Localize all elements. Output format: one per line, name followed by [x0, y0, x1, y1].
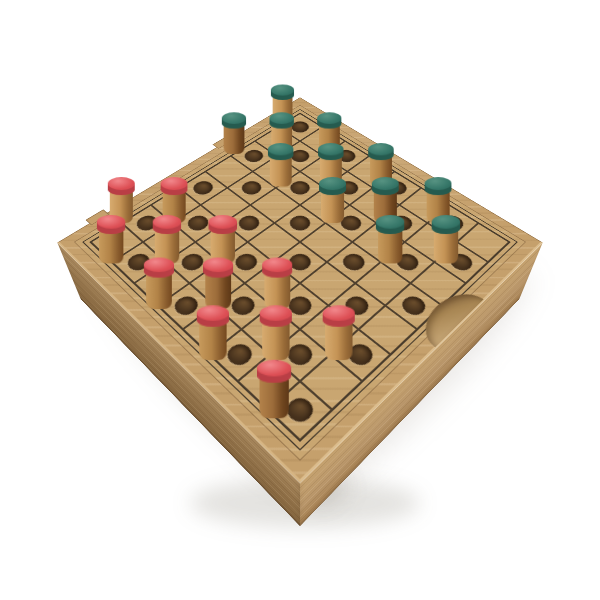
- peg-red[interactable]: [153, 214, 182, 263]
- peg-cap-top: [323, 305, 355, 321]
- peg-hole[interactable]: [286, 212, 315, 233]
- board-cell: [410, 261, 465, 304]
- peg-hole[interactable]: [398, 292, 430, 318]
- peg-hole[interactable]: [287, 147, 313, 164]
- peg-cap-top: [260, 305, 292, 321]
- peg-cap-top: [153, 214, 182, 228]
- playing-panel: [75, 105, 524, 458]
- peg-hole[interactable]: [235, 212, 264, 233]
- peg-green[interactable]: [319, 177, 346, 223]
- peg-red[interactable]: [260, 305, 292, 360]
- peg-cap-top: [144, 257, 174, 272]
- peg-hole[interactable]: [286, 178, 313, 197]
- peg-cap-top: [203, 257, 233, 272]
- board-cell: [355, 261, 410, 304]
- peg-red[interactable]: [197, 305, 229, 360]
- board-cell: [327, 241, 381, 282]
- peg-cap-top: [271, 84, 294, 95]
- peg-red[interactable]: [262, 257, 292, 309]
- peg-cap-top: [257, 359, 291, 376]
- board-box: [57, 97, 542, 482]
- peg-cap-top: [108, 177, 135, 190]
- photo-stage: [0, 0, 600, 600]
- peg-cap-top: [161, 177, 188, 190]
- peg-red[interactable]: [323, 305, 355, 360]
- peg-red[interactable]: [203, 257, 233, 309]
- product-photo: [0, 0, 600, 600]
- peg-cap-top: [432, 214, 461, 228]
- board-cell: [300, 354, 362, 409]
- peg-cap-top: [197, 305, 229, 321]
- peg-red[interactable]: [209, 214, 238, 263]
- peg-cap-top: [425, 177, 452, 190]
- peg-red[interactable]: [97, 214, 126, 263]
- peg-red[interactable]: [257, 359, 291, 418]
- peg-hole[interactable]: [241, 147, 267, 164]
- peg-cap-top: [372, 177, 399, 190]
- peg-red[interactable]: [144, 257, 174, 309]
- peg-cap-top: [209, 214, 238, 228]
- peg-cap-top: [222, 112, 246, 124]
- peg-hole[interactable]: [189, 178, 216, 197]
- peg-green[interactable]: [432, 214, 461, 263]
- peg-hole[interactable]: [333, 147, 359, 164]
- peg-cap-top: [97, 214, 126, 228]
- board-cell: [300, 261, 355, 304]
- box-top-surface: [57, 97, 542, 482]
- peg-hole[interactable]: [338, 250, 368, 273]
- peg-cap-top: [319, 177, 346, 190]
- peg-hole[interactable]: [238, 178, 265, 197]
- peg-green[interactable]: [376, 214, 405, 263]
- peg-cap-top: [262, 257, 292, 272]
- peg-hole[interactable]: [287, 119, 312, 135]
- peg-cap-top: [376, 214, 405, 228]
- board-cell: [359, 305, 418, 354]
